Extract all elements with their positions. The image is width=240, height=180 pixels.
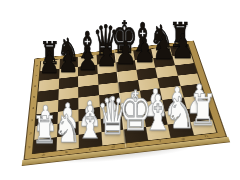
rank-label-4: 4 <box>29 102 36 115</box>
rank-label-1: 1 <box>25 140 33 155</box>
chess-board: 87654321 abcdefgh <box>24 41 228 161</box>
rank-label-2: 2 <box>27 127 35 141</box>
rank-label-5: 5 <box>31 91 38 103</box>
chess-set-photo: 87654321 abcdefgh ♜♞♝♛♚♝♞♜♟♟♟♟♟♟♟♟♟♟♟♟♟♟… <box>0 0 240 180</box>
rank-label-3: 3 <box>28 114 35 127</box>
